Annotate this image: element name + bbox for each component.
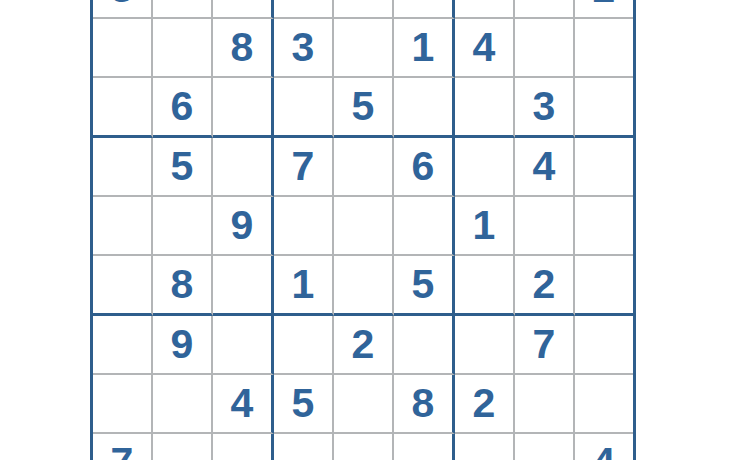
cell-r9c7[interactable]: [455, 434, 515, 460]
cell-r6c1[interactable]: [93, 256, 153, 316]
cell-r3c2-given[interactable]: 6: [153, 78, 213, 138]
cell-r1c5[interactable]: [334, 0, 394, 19]
cell-r4c9[interactable]: [575, 138, 633, 197]
cell-r2c2[interactable]: [153, 19, 213, 78]
cell-r4c1[interactable]: [93, 138, 153, 197]
cell-r4c2-given[interactable]: 5: [153, 138, 213, 197]
cell-r6c3[interactable]: [213, 256, 274, 316]
cell-r3c4[interactable]: [274, 78, 334, 138]
cell-r5c6[interactable]: [394, 197, 455, 256]
cell-r1c6[interactable]: [394, 0, 455, 19]
cell-r5c5[interactable]: [334, 197, 394, 256]
cell-r1c3[interactable]: [213, 0, 274, 19]
cell-r8c9[interactable]: [575, 375, 633, 434]
cell-r4c8-given[interactable]: 4: [515, 138, 575, 197]
cell-r5c2[interactable]: [153, 197, 213, 256]
cell-r2c3-given[interactable]: 8: [213, 19, 274, 78]
cell-r8c7-given[interactable]: 2: [455, 375, 515, 434]
cell-r1c7[interactable]: [455, 0, 515, 19]
cell-r6c2-given[interactable]: 8: [153, 256, 213, 316]
cell-r6c5[interactable]: [334, 256, 394, 316]
cell-r6c4-given[interactable]: 1: [274, 256, 334, 316]
cell-r6c8-given[interactable]: 2: [515, 256, 575, 316]
cell-r2c8[interactable]: [515, 19, 575, 78]
cell-r9c4[interactable]: [274, 434, 334, 460]
cell-r4c5[interactable]: [334, 138, 394, 197]
cell-r6c9[interactable]: [575, 256, 633, 316]
cell-r5c3-given[interactable]: 9: [213, 197, 274, 256]
cell-r7c6[interactable]: [394, 316, 455, 375]
cell-r7c8-given[interactable]: 7: [515, 316, 575, 375]
cell-r1c9-given[interactable]: 2: [575, 0, 633, 19]
cell-r7c2-given[interactable]: 9: [153, 316, 213, 375]
cell-r8c4-given[interactable]: 5: [274, 375, 334, 434]
cell-r9c6[interactable]: [394, 434, 455, 460]
cell-r8c6-given[interactable]: 8: [394, 375, 455, 434]
cell-r3c8-given[interactable]: 3: [515, 78, 575, 138]
cell-r1c8[interactable]: [515, 0, 575, 19]
cell-r7c9[interactable]: [575, 316, 633, 375]
cell-r3c9[interactable]: [575, 78, 633, 138]
cell-r3c7[interactable]: [455, 78, 515, 138]
cell-r2c6-given[interactable]: 1: [394, 19, 455, 78]
cell-r9c8[interactable]: [515, 434, 575, 460]
cell-r5c9[interactable]: [575, 197, 633, 256]
cell-r4c4-given[interactable]: 7: [274, 138, 334, 197]
cell-r8c2[interactable]: [153, 375, 213, 434]
cell-r4c7[interactable]: [455, 138, 515, 197]
cell-r6c6-given[interactable]: 5: [394, 256, 455, 316]
sudoku-board: 3283146535764918152927458274: [90, 0, 636, 460]
cell-r7c7[interactable]: [455, 316, 515, 375]
cell-r7c1[interactable]: [93, 316, 153, 375]
cell-r2c5[interactable]: [334, 19, 394, 78]
cell-r6c7[interactable]: [455, 256, 515, 316]
cell-r9c1-given[interactable]: 7: [93, 434, 153, 460]
cell-r4c3[interactable]: [213, 138, 274, 197]
cell-r2c1[interactable]: [93, 19, 153, 78]
cell-r5c4[interactable]: [274, 197, 334, 256]
cell-r8c8[interactable]: [515, 375, 575, 434]
cell-r3c3[interactable]: [213, 78, 274, 138]
cell-r5c1[interactable]: [93, 197, 153, 256]
cell-r9c5[interactable]: [334, 434, 394, 460]
cell-r7c5-given[interactable]: 2: [334, 316, 394, 375]
cell-r1c4[interactable]: [274, 0, 334, 19]
cell-r3c5-given[interactable]: 5: [334, 78, 394, 138]
cell-r2c4-given[interactable]: 3: [274, 19, 334, 78]
cell-r3c6[interactable]: [394, 78, 455, 138]
cell-r5c7-given[interactable]: 1: [455, 197, 515, 256]
cell-r9c3[interactable]: [213, 434, 274, 460]
cell-r8c1[interactable]: [93, 375, 153, 434]
cell-r8c5[interactable]: [334, 375, 394, 434]
cell-r9c9-given[interactable]: 4: [575, 434, 633, 460]
cell-r2c7-given[interactable]: 4: [455, 19, 515, 78]
cell-r9c2[interactable]: [153, 434, 213, 460]
cell-r2c9[interactable]: [575, 19, 633, 78]
cell-r5c8[interactable]: [515, 197, 575, 256]
cell-r7c3[interactable]: [213, 316, 274, 375]
cell-r4c6-given[interactable]: 6: [394, 138, 455, 197]
cell-r1c2[interactable]: [153, 0, 213, 19]
cell-r8c3-given[interactable]: 4: [213, 375, 274, 434]
cell-r1c1-given[interactable]: 3: [93, 0, 153, 19]
cell-r3c1[interactable]: [93, 78, 153, 138]
cell-r7c4[interactable]: [274, 316, 334, 375]
